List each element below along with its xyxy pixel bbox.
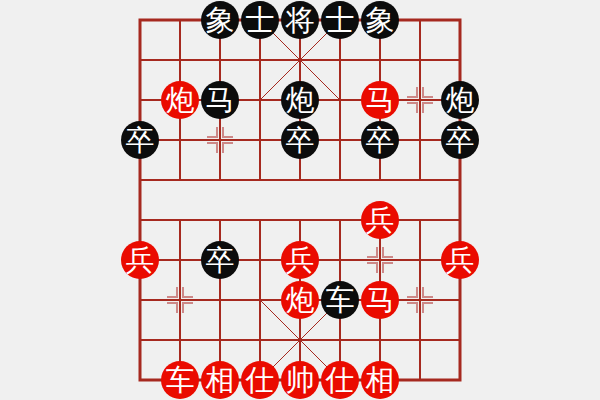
black-elephant[interactable]: 象 bbox=[201, 1, 239, 39]
red-elephant[interactable]: 相 bbox=[201, 361, 239, 399]
red-elephant[interactable]: 相 bbox=[361, 361, 399, 399]
black-pawn[interactable]: 卒 bbox=[441, 121, 479, 159]
black-horse[interactable]: 马 bbox=[201, 81, 239, 119]
marker-bracket bbox=[407, 287, 418, 298]
black-pawn[interactable]: 卒 bbox=[361, 121, 399, 159]
marker-bracket bbox=[407, 87, 418, 98]
marker-bracket bbox=[207, 142, 218, 153]
black-cannon[interactable]: 炮 bbox=[281, 81, 319, 119]
red-cannon[interactable]: 炮 bbox=[281, 281, 319, 319]
red-pawn[interactable]: 兵 bbox=[281, 241, 319, 279]
marker-bracket bbox=[422, 87, 433, 98]
marker-bracket bbox=[382, 262, 393, 273]
red-horse[interactable]: 马 bbox=[361, 81, 399, 119]
black-elephant[interactable]: 象 bbox=[361, 1, 399, 39]
marker-bracket bbox=[182, 302, 193, 313]
marker-bracket bbox=[407, 302, 418, 313]
marker-bracket bbox=[222, 142, 233, 153]
position-marker bbox=[407, 87, 433, 113]
position-marker bbox=[407, 287, 433, 313]
black-chariot[interactable]: 车 bbox=[321, 281, 359, 319]
piece-layer[interactable]: 象士将士象炮马炮马炮卒卒卒卒兵兵卒兵兵炮车马车相仕帅仕相 bbox=[120, 0, 480, 400]
black-pawn[interactable]: 卒 bbox=[281, 121, 319, 159]
red-cannon[interactable]: 炮 bbox=[161, 81, 199, 119]
red-pawn[interactable]: 兵 bbox=[441, 241, 479, 279]
xiangqi-board-screen: 象士将士象炮马炮马炮卒卒卒卒兵兵卒兵兵炮车马车相仕帅仕相 bbox=[0, 0, 600, 400]
marker-bracket bbox=[422, 287, 433, 298]
marker-bracket bbox=[167, 302, 178, 313]
marker-bracket bbox=[367, 247, 378, 258]
marker-bracket bbox=[407, 102, 418, 113]
marker-bracket bbox=[182, 287, 193, 298]
marker-bracket bbox=[422, 102, 433, 113]
red-advisor[interactable]: 仕 bbox=[241, 361, 279, 399]
marker-bracket bbox=[422, 302, 433, 313]
position-marker bbox=[167, 287, 193, 313]
red-chariot[interactable]: 车 bbox=[161, 361, 199, 399]
marker-bracket bbox=[167, 287, 178, 298]
black-advisor[interactable]: 士 bbox=[321, 1, 359, 39]
black-general[interactable]: 将 bbox=[281, 1, 319, 39]
black-advisor[interactable]: 士 bbox=[241, 1, 279, 39]
position-marker bbox=[207, 127, 233, 153]
position-marker bbox=[367, 247, 393, 273]
black-pawn[interactable]: 卒 bbox=[121, 121, 159, 159]
marker-bracket bbox=[207, 127, 218, 138]
red-horse[interactable]: 马 bbox=[361, 281, 399, 319]
red-pawn[interactable]: 兵 bbox=[361, 201, 399, 239]
black-cannon[interactable]: 炮 bbox=[441, 81, 479, 119]
marker-bracket bbox=[222, 127, 233, 138]
marker-bracket bbox=[382, 247, 393, 258]
red-general[interactable]: 帅 bbox=[281, 361, 319, 399]
red-advisor[interactable]: 仕 bbox=[321, 361, 359, 399]
black-pawn[interactable]: 卒 bbox=[201, 241, 239, 279]
red-pawn[interactable]: 兵 bbox=[121, 241, 159, 279]
marker-bracket bbox=[367, 262, 378, 273]
